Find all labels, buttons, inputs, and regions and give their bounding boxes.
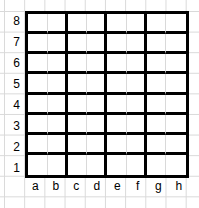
square-a5[interactable] <box>28 74 48 94</box>
square-e1[interactable] <box>107 155 127 175</box>
square-b7[interactable] <box>48 34 68 54</box>
square-e2[interactable] <box>107 135 127 155</box>
square-c6[interactable] <box>68 54 88 74</box>
square-c2[interactable] <box>68 135 88 155</box>
square-g7[interactable] <box>147 34 167 54</box>
square-a4[interactable] <box>28 95 48 115</box>
square-c5[interactable] <box>68 74 88 94</box>
square-g3[interactable] <box>147 115 167 135</box>
square-f1[interactable] <box>127 155 147 175</box>
square-b8[interactable] <box>48 14 68 34</box>
rank-label-3: 3 <box>0 115 24 136</box>
square-f6[interactable] <box>127 54 147 74</box>
square-e5[interactable] <box>107 74 127 94</box>
square-d4[interactable] <box>87 95 107 115</box>
square-d7[interactable] <box>87 34 107 54</box>
rank-label-8: 8 <box>0 11 24 32</box>
square-b2[interactable] <box>48 135 68 155</box>
square-a8[interactable] <box>28 14 48 34</box>
file-label-f: f <box>128 178 149 194</box>
rank-label-2: 2 <box>0 136 24 157</box>
square-f2[interactable] <box>127 135 147 155</box>
square-h6[interactable] <box>166 54 186 74</box>
square-f5[interactable] <box>127 74 147 94</box>
rank-label-1: 1 <box>0 157 24 178</box>
square-g4[interactable] <box>147 95 167 115</box>
square-f3[interactable] <box>127 115 147 135</box>
square-g2[interactable] <box>147 135 167 155</box>
square-b5[interactable] <box>48 74 68 94</box>
spreadsheet-canvas: 87654321 abcdefgh <box>0 0 199 208</box>
square-e7[interactable] <box>107 34 127 54</box>
file-label-e: e <box>107 178 128 194</box>
square-f7[interactable] <box>127 34 147 54</box>
square-a2[interactable] <box>28 135 48 155</box>
square-h1[interactable] <box>166 155 186 175</box>
square-d1[interactable] <box>87 155 107 175</box>
file-label-c: c <box>66 178 87 194</box>
square-h5[interactable] <box>166 74 186 94</box>
file-labels: abcdefgh <box>25 178 189 194</box>
file-label-d: d <box>87 178 108 194</box>
file-label-g: g <box>148 178 169 194</box>
square-b6[interactable] <box>48 54 68 74</box>
rank-label-6: 6 <box>0 53 24 74</box>
square-h2[interactable] <box>166 135 186 155</box>
square-c1[interactable] <box>68 155 88 175</box>
square-h3[interactable] <box>166 115 186 135</box>
square-f4[interactable] <box>127 95 147 115</box>
square-e6[interactable] <box>107 54 127 74</box>
rank-label-4: 4 <box>0 95 24 116</box>
square-d6[interactable] <box>87 54 107 74</box>
square-a7[interactable] <box>28 34 48 54</box>
rank-label-7: 7 <box>0 32 24 53</box>
square-e4[interactable] <box>107 95 127 115</box>
square-g5[interactable] <box>147 74 167 94</box>
square-c8[interactable] <box>68 14 88 34</box>
file-label-a: a <box>25 178 46 194</box>
square-a3[interactable] <box>28 115 48 135</box>
square-h8[interactable] <box>166 14 186 34</box>
square-g6[interactable] <box>147 54 167 74</box>
square-d5[interactable] <box>87 74 107 94</box>
rank-label-5: 5 <box>0 74 24 95</box>
file-label-h: h <box>169 178 190 194</box>
square-g8[interactable] <box>147 14 167 34</box>
square-b1[interactable] <box>48 155 68 175</box>
square-g1[interactable] <box>147 155 167 175</box>
square-h7[interactable] <box>166 34 186 54</box>
square-d2[interactable] <box>87 135 107 155</box>
square-d8[interactable] <box>87 14 107 34</box>
square-a1[interactable] <box>28 155 48 175</box>
square-d3[interactable] <box>87 115 107 135</box>
square-c7[interactable] <box>68 34 88 54</box>
chess-board <box>25 11 189 178</box>
square-c4[interactable] <box>68 95 88 115</box>
square-f8[interactable] <box>127 14 147 34</box>
square-e8[interactable] <box>107 14 127 34</box>
square-b4[interactable] <box>48 95 68 115</box>
square-e3[interactable] <box>107 115 127 135</box>
square-c3[interactable] <box>68 115 88 135</box>
file-label-b: b <box>46 178 67 194</box>
square-a6[interactable] <box>28 54 48 74</box>
rank-labels: 87654321 <box>0 11 24 178</box>
square-b3[interactable] <box>48 115 68 135</box>
square-h4[interactable] <box>166 95 186 115</box>
